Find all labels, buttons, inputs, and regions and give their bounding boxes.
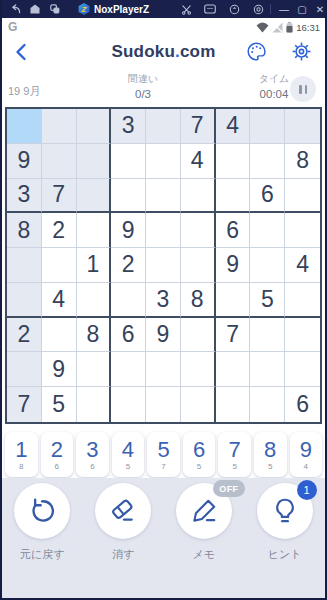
numpad-remaining-count: 8 xyxy=(19,462,23,471)
cell-r1c1[interactable] xyxy=(7,109,42,144)
numpad-key-9[interactable]: 94 xyxy=(290,432,323,477)
numpad-remaining-count: 5 xyxy=(268,462,272,471)
close-button[interactable]: ✕ xyxy=(312,4,327,15)
maximize-button[interactable]: ▢ xyxy=(294,4,310,15)
theme-palette-button[interactable] xyxy=(246,41,267,62)
numpad-digit: 1 xyxy=(15,438,27,462)
window-titlebar: Z NoxPlayerZ — ▢ ✕ xyxy=(2,0,325,18)
cell-r8c9[interactable] xyxy=(285,352,320,387)
cell-r7c9[interactable] xyxy=(285,318,320,353)
nox-logo: Z xyxy=(78,3,90,15)
undo-button[interactable]: 元に戻す xyxy=(2,483,83,562)
cell-r4c5[interactable] xyxy=(146,213,181,248)
cell-r4c3[interactable] xyxy=(77,213,112,248)
cell-r8c8[interactable] xyxy=(250,352,285,387)
cell-r4c2[interactable]: 2 xyxy=(42,213,77,248)
erase-label: 消す xyxy=(112,547,134,562)
cell-r9c8[interactable] xyxy=(250,387,285,422)
cell-r5c5[interactable] xyxy=(146,248,181,283)
cell-r2c1[interactable]: 9 xyxy=(7,144,42,179)
cell-r3c5[interactable] xyxy=(146,179,181,214)
cell-r9c1[interactable]: 7 xyxy=(7,387,42,422)
wifi-icon xyxy=(256,22,269,33)
cell-r2c6[interactable]: 4 xyxy=(181,144,216,179)
cell-r5c9[interactable]: 4 xyxy=(285,248,320,283)
cell-r5c6[interactable] xyxy=(181,248,216,283)
numpad-key-3[interactable]: 36 xyxy=(76,432,109,477)
cell-r1c3[interactable] xyxy=(77,109,112,144)
erase-button[interactable]: 消す xyxy=(83,483,164,562)
cell-r9c5[interactable] xyxy=(146,387,181,422)
lightbulb-icon xyxy=(270,496,300,526)
cell-r9c3[interactable] xyxy=(77,387,112,422)
cell-r4c1[interactable]: 8 xyxy=(7,213,42,248)
settings-gear-button[interactable] xyxy=(291,41,312,62)
mistakes-value: 0/3 xyxy=(108,88,178,100)
eraser-icon xyxy=(108,496,138,526)
cell-r6c2[interactable]: 4 xyxy=(42,283,77,318)
cell-r8c3[interactable] xyxy=(77,352,112,387)
numpad-digit: 9 xyxy=(300,438,312,462)
cell-r8c2[interactable]: 9 xyxy=(42,352,77,387)
numpad: 182636455765758594 xyxy=(5,432,322,477)
cell-r5c3[interactable]: 1 xyxy=(77,248,112,283)
toolbar: 元に戻す 消す OFF メモ 1 xyxy=(2,483,325,562)
google-notification-icon: G xyxy=(8,20,17,34)
cell-r2c2[interactable] xyxy=(42,144,77,179)
cell-r4c7[interactable]: 6 xyxy=(216,213,251,248)
cell-r7c8[interactable] xyxy=(250,318,285,353)
rotate-screen-icon[interactable] xyxy=(225,0,243,18)
cell-r9c4[interactable] xyxy=(111,387,146,422)
keyboard-icon[interactable] xyxy=(201,0,219,18)
cell-r7c7[interactable]: 7 xyxy=(216,318,251,353)
notes-button[interactable]: OFF メモ xyxy=(164,483,245,562)
numpad-remaining-count: 6 xyxy=(55,462,59,471)
cell-r9c9[interactable]: 6 xyxy=(285,387,320,422)
cell-r1c5[interactable] xyxy=(146,109,181,144)
battery-icon xyxy=(286,22,293,33)
cell-r5c7[interactable]: 9 xyxy=(216,248,251,283)
scissors-icon[interactable] xyxy=(177,0,195,18)
cell-r7c5[interactable]: 9 xyxy=(146,318,181,353)
cell-r5c2[interactable] xyxy=(42,248,77,283)
cell-r9c2[interactable]: 5 xyxy=(42,387,77,422)
numpad-digit: 7 xyxy=(229,438,241,462)
cell-r8c1[interactable] xyxy=(7,352,42,387)
hint-count-badge: 1 xyxy=(297,480,317,500)
cell-r5c4[interactable]: 2 xyxy=(111,248,146,283)
cell-r3c1[interactable]: 3 xyxy=(7,179,42,214)
cell-r4c6[interactable] xyxy=(181,213,216,248)
pencil-icon xyxy=(189,496,219,526)
cell-r6c3[interactable] xyxy=(77,283,112,318)
window-title: NoxPlayerZ xyxy=(94,4,149,15)
sudoku-board: 374948376829612944385286979756 xyxy=(5,107,322,424)
cell-r7c2[interactable] xyxy=(42,318,77,353)
cell-r7c6[interactable] xyxy=(181,318,216,353)
numpad-digit: 6 xyxy=(193,438,205,462)
hint-button[interactable]: 1 ヒント xyxy=(244,483,325,562)
page-title: Sudoku.com xyxy=(2,42,325,62)
cell-r6c8[interactable]: 5 xyxy=(250,283,285,318)
cell-r7c1[interactable]: 2 xyxy=(7,318,42,353)
minimize-button[interactable]: — xyxy=(276,4,292,15)
cell-r6c9[interactable] xyxy=(285,283,320,318)
numpad-digit: 8 xyxy=(264,438,276,462)
cell-r9c7[interactable] xyxy=(216,387,251,422)
no-signal-icon xyxy=(272,22,283,33)
cell-r3c4[interactable] xyxy=(111,179,146,214)
cell-r2c5[interactable] xyxy=(146,144,181,179)
status-bar: G 16:31 xyxy=(2,18,325,36)
cell-r2c7[interactable] xyxy=(216,144,251,179)
cell-r5c8[interactable] xyxy=(250,248,285,283)
cell-r1c9[interactable] xyxy=(285,109,320,144)
cell-r6c4[interactable] xyxy=(111,283,146,318)
android-home-icon[interactable] xyxy=(26,0,44,18)
numpad-key-7[interactable]: 75 xyxy=(218,432,251,477)
numpad-key-8[interactable]: 85 xyxy=(254,432,287,477)
numpad-key-2[interactable]: 26 xyxy=(41,432,74,477)
cell-r6c6[interactable]: 8 xyxy=(181,283,216,318)
cell-r2c3[interactable] xyxy=(77,144,112,179)
numpad-key-5[interactable]: 57 xyxy=(147,432,180,477)
numpad-key-4[interactable]: 45 xyxy=(112,432,145,477)
cell-r2c9[interactable]: 8 xyxy=(285,144,320,179)
numpad-digit: 5 xyxy=(157,438,169,462)
cell-r8c5[interactable] xyxy=(146,352,181,387)
cell-r1c7[interactable]: 4 xyxy=(216,109,251,144)
cell-r2c4[interactable] xyxy=(111,144,146,179)
cell-r9c6[interactable] xyxy=(181,387,216,422)
hint-label: ヒント xyxy=(268,547,302,562)
numpad-remaining-count: 5 xyxy=(197,462,201,471)
numpad-remaining-count: 6 xyxy=(90,462,94,471)
cell-r5c1[interactable] xyxy=(7,248,42,283)
cell-r3c8[interactable]: 6 xyxy=(250,179,285,214)
notes-off-badge: OFF xyxy=(213,480,245,497)
puzzle-date-label: 19 9月 xyxy=(8,84,40,99)
cell-r1c2[interactable] xyxy=(42,109,77,144)
undo-icon xyxy=(27,496,57,526)
notes-label: メモ xyxy=(193,547,216,562)
titlebar-divider xyxy=(270,4,271,14)
cell-r6c7[interactable] xyxy=(216,283,251,318)
numpad-key-6[interactable]: 65 xyxy=(183,432,216,477)
numpad-remaining-count: 7 xyxy=(161,462,165,471)
cell-r1c4[interactable]: 3 xyxy=(111,109,146,144)
numpad-digit: 3 xyxy=(86,438,98,462)
cell-r3c9[interactable] xyxy=(285,179,320,214)
cell-r4c9[interactable] xyxy=(285,213,320,248)
pause-button[interactable] xyxy=(290,76,316,102)
numpad-remaining-count: 5 xyxy=(126,462,130,471)
nox-emulator-window: Z NoxPlayerZ — ▢ ✕ G xyxy=(0,0,327,600)
cell-r3c7[interactable] xyxy=(216,179,251,214)
record-settings-icon[interactable] xyxy=(249,0,267,18)
mistakes-counter: 間違い 0/3 xyxy=(108,72,178,100)
mistakes-label: 間違い xyxy=(108,72,178,86)
numpad-key-1[interactable]: 18 xyxy=(5,432,38,477)
cell-r4c4[interactable]: 9 xyxy=(111,213,146,248)
cell-r6c5[interactable]: 3 xyxy=(146,283,181,318)
undo-label: 元に戻す xyxy=(20,547,65,562)
cell-r7c3[interactable]: 8 xyxy=(77,318,112,353)
cell-r8c4[interactable] xyxy=(111,352,146,387)
cell-r3c6[interactable] xyxy=(181,179,216,214)
android-recents-icon[interactable] xyxy=(46,0,64,18)
cell-r2c8[interactable] xyxy=(250,144,285,179)
cell-r7c4[interactable]: 6 xyxy=(111,318,146,353)
numpad-digit: 4 xyxy=(122,438,134,462)
cell-r6c1[interactable] xyxy=(7,283,42,318)
android-back-icon[interactable] xyxy=(6,0,24,18)
cell-r1c8[interactable] xyxy=(250,109,285,144)
status-clock: 16:31 xyxy=(296,22,320,33)
cell-r4c8[interactable] xyxy=(250,213,285,248)
cell-r3c3[interactable] xyxy=(77,179,112,214)
cell-r8c7[interactable] xyxy=(216,352,251,387)
numpad-digit: 2 xyxy=(51,438,63,462)
cell-r1c6[interactable]: 7 xyxy=(181,109,216,144)
cell-r3c2[interactable]: 7 xyxy=(42,179,77,214)
cell-r8c6[interactable] xyxy=(181,352,216,387)
numpad-remaining-count: 4 xyxy=(304,462,308,471)
numpad-remaining-count: 5 xyxy=(232,462,236,471)
